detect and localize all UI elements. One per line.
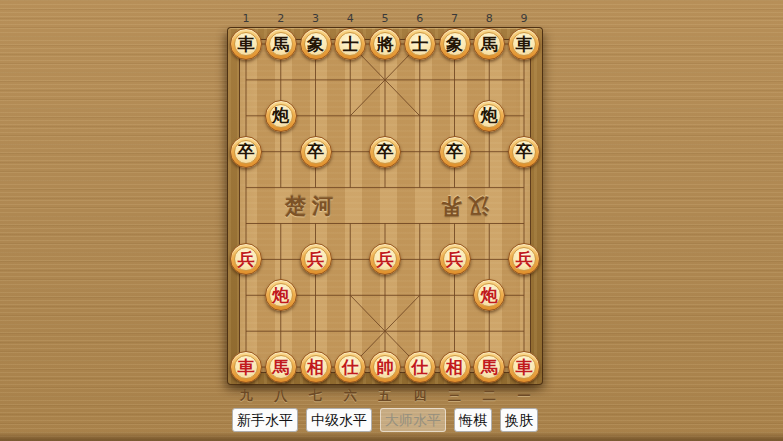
piece-red-horse[interactable]: 馬 [473,351,505,383]
piece-black-soldier[interactable]: 卒 [230,136,262,168]
piece-black-horse[interactable]: 馬 [265,28,297,60]
piece-black-horse[interactable]: 馬 [473,28,505,60]
column-numeral-label: 八 [274,387,287,405]
river-text-right: 汉界 [435,192,489,220]
river-text-left: 楚河 [285,192,339,220]
piece-red-advisor[interactable]: 仕 [334,351,366,383]
piece-glyph: 車 [512,32,536,56]
piece-glyph: 馬 [269,32,293,56]
column-number-label: 4 [347,12,354,25]
piece-red-advisor[interactable]: 仕 [404,351,436,383]
piece-glyph: 車 [234,32,258,56]
column-numeral-label: 三 [448,387,461,405]
piece-glyph: 卒 [304,140,328,164]
piece-glyph: 炮 [477,283,501,307]
piece-glyph: 兵 [373,247,397,271]
piece-black-cannon[interactable]: 炮 [265,100,297,132]
column-numeral-label: 五 [379,387,392,405]
piece-glyph: 士 [408,32,432,56]
piece-red-elephant[interactable]: 相 [300,351,332,383]
piece-glyph: 卒 [234,140,258,164]
piece-black-general[interactable]: 將 [369,28,401,60]
column-number-label: 5 [382,12,389,25]
column-number-label: 2 [277,12,284,25]
column-numeral-label: 二 [483,387,496,405]
novice-level-button[interactable]: 新手水平 [232,408,298,432]
piece-glyph: 相 [443,355,467,379]
column-number-label: 6 [416,12,423,25]
piece-black-elephant[interactable]: 象 [300,28,332,60]
bottom-coordinates: 九八七六五四三二一 [240,387,530,403]
piece-red-chariot[interactable]: 車 [508,351,540,383]
piece-glyph: 馬 [269,355,293,379]
column-numeral-label: 一 [518,387,531,405]
piece-red-soldier[interactable]: 兵 [508,243,540,275]
piece-black-advisor[interactable]: 士 [404,28,436,60]
column-number-label: 1 [243,12,250,25]
column-number-label: 8 [486,12,493,25]
piece-glyph: 仕 [408,355,432,379]
piece-black-cannon[interactable]: 炮 [473,100,505,132]
column-number-label: 7 [451,12,458,25]
master-level-button[interactable]: 大师水平 [380,408,446,432]
piece-black-elephant[interactable]: 象 [439,28,471,60]
column-number-label: 3 [312,12,319,25]
piece-glyph: 象 [443,32,467,56]
column-numeral-label: 四 [413,387,426,405]
piece-black-chariot[interactable]: 車 [508,28,540,60]
piece-glyph: 將 [373,32,397,56]
piece-glyph: 車 [512,355,536,379]
piece-glyph: 士 [338,32,362,56]
piece-glyph: 炮 [269,283,293,307]
change-skin-button[interactable]: 换肤 [500,408,538,432]
piece-glyph: 卒 [443,140,467,164]
piece-red-horse[interactable]: 馬 [265,351,297,383]
board-surface: 楚河 汉界 [240,40,530,372]
piece-glyph: 兵 [304,247,328,271]
piece-red-soldier[interactable]: 兵 [439,243,471,275]
piece-red-cannon[interactable]: 炮 [265,279,297,311]
piece-glyph: 兵 [443,247,467,271]
column-numeral-label: 六 [344,387,357,405]
piece-glyph: 帥 [373,355,397,379]
piece-red-soldier[interactable]: 兵 [300,243,332,275]
column-numeral-label: 九 [240,387,253,405]
piece-glyph: 馬 [477,355,501,379]
piece-glyph: 兵 [512,247,536,271]
piece-glyph: 相 [304,355,328,379]
piece-black-soldier[interactable]: 卒 [300,136,332,168]
piece-glyph: 炮 [269,104,293,128]
piece-black-soldier[interactable]: 卒 [439,136,471,168]
piece-glyph: 兵 [234,247,258,271]
toolbar: 新手水平中级水平大师水平悔棋换肤 [228,408,542,432]
piece-black-soldier[interactable]: 卒 [369,136,401,168]
piece-glyph: 車 [234,355,258,379]
piece-red-elephant[interactable]: 相 [439,351,471,383]
piece-glyph: 炮 [477,104,501,128]
column-numeral-label: 七 [309,387,322,405]
piece-glyph: 象 [304,32,328,56]
piece-black-chariot[interactable]: 車 [230,28,262,60]
piece-glyph: 卒 [512,140,536,164]
intermediate-level-button[interactable]: 中级水平 [306,408,372,432]
piece-glyph: 卒 [373,140,397,164]
piece-glyph: 馬 [477,32,501,56]
piece-red-general[interactable]: 帥 [369,351,401,383]
app-background: 123456789 楚河 汉界 車馬象士將士象馬車炮炮卒卒卒卒卒兵兵兵兵兵炮炮車… [0,0,783,441]
piece-black-soldier[interactable]: 卒 [508,136,540,168]
piece-red-chariot[interactable]: 車 [230,351,262,383]
column-number-label: 9 [521,12,528,25]
piece-glyph: 仕 [338,355,362,379]
piece-black-advisor[interactable]: 士 [334,28,366,60]
xiangqi-board[interactable]: 楚河 汉界 車馬象士將士象馬車炮炮卒卒卒卒卒兵兵兵兵兵炮炮車馬相仕帥仕相馬車 [228,28,542,384]
top-coordinates: 123456789 [240,12,530,28]
undo-move-button[interactable]: 悔棋 [454,408,492,432]
